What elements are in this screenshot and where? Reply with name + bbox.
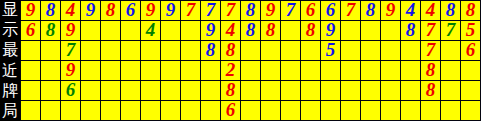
grid-cell: 9 <box>61 61 80 80</box>
grid-cell <box>301 41 320 60</box>
result-digit: 4 <box>406 0 416 19</box>
grid-cell <box>121 61 140 80</box>
grid-cell: 9 <box>141 1 160 20</box>
grid-cell: 8 <box>41 21 60 40</box>
grid-cell <box>181 41 200 60</box>
grid-cell <box>361 101 380 120</box>
grid-cell <box>301 101 320 120</box>
grid-cell <box>41 41 60 60</box>
result-digit: 4 <box>66 0 76 19</box>
result-digit: 7 <box>446 20 456 39</box>
grid-cell <box>141 81 160 100</box>
grid-cell: 8 <box>201 41 220 60</box>
grid-cell <box>301 81 320 100</box>
grid-cell <box>41 81 60 100</box>
grid-cell <box>121 101 140 120</box>
result-digit: 9 <box>146 0 156 19</box>
grid-cell: 9 <box>201 21 220 40</box>
grid-cell <box>381 21 400 40</box>
grid-cell <box>181 81 200 100</box>
grid-cell <box>121 21 140 40</box>
grid-cell <box>441 101 460 120</box>
grid-cell <box>401 81 420 100</box>
grid-cell <box>21 101 40 120</box>
grid-cell <box>461 61 480 80</box>
grid-cell <box>81 21 100 40</box>
grid-cell <box>201 81 220 100</box>
grid-cell <box>341 61 360 80</box>
grid-cell <box>161 81 180 100</box>
result-digit: 7 <box>426 40 436 59</box>
grid-cell: 8 <box>261 21 280 40</box>
grid-cell <box>281 61 300 80</box>
grid-cell: 8 <box>241 1 260 20</box>
grid-cell <box>421 101 440 120</box>
grid-cell <box>381 61 400 80</box>
title-char: 局 <box>2 101 18 121</box>
grid-cell <box>241 81 260 100</box>
result-digit: 8 <box>46 0 56 19</box>
grid-cell <box>401 101 420 120</box>
grid-cell: 7 <box>421 41 440 60</box>
result-digit: 8 <box>106 0 116 19</box>
grid-cell <box>361 41 380 60</box>
result-digit: 9 <box>166 0 176 19</box>
grid-cell <box>441 41 460 60</box>
grid-cell <box>101 41 120 60</box>
grid-cell: 2 <box>221 61 240 80</box>
grid-cell <box>181 61 200 80</box>
result-digit: 8 <box>446 0 456 19</box>
result-digit: 6 <box>306 0 316 19</box>
grid-cell <box>281 41 300 60</box>
grid-cell: 8 <box>221 41 240 60</box>
grid-cell: 6 <box>221 101 240 120</box>
result-digit: 4 <box>226 20 236 39</box>
grid-cell <box>201 101 220 120</box>
grid-cell <box>401 41 420 60</box>
grid-cell: 8 <box>101 1 120 20</box>
grid-cell <box>21 61 40 80</box>
grid-cell: 8 <box>41 1 60 20</box>
grid-cell <box>161 61 180 80</box>
title-char: 牌 <box>2 81 18 101</box>
result-digit: 9 <box>66 60 76 79</box>
grid-cell: 8 <box>401 21 420 40</box>
grid-cell: 8 <box>301 21 320 40</box>
grid-cell: 6 <box>321 1 340 20</box>
result-digit: 8 <box>46 20 56 39</box>
result-digit: 9 <box>326 20 336 39</box>
grid-cell <box>361 61 380 80</box>
grid-cell <box>81 61 100 80</box>
grid-cell <box>441 61 460 80</box>
grid-cell <box>461 81 480 100</box>
grid-cell <box>161 21 180 40</box>
grid-cell <box>321 61 340 80</box>
grid-cell <box>101 61 120 80</box>
result-digit: 6 <box>226 100 236 119</box>
grid-cell: 4 <box>221 21 240 40</box>
grid-cell <box>381 41 400 60</box>
grid-cell: 8 <box>421 61 440 80</box>
grid-cell <box>161 41 180 60</box>
grid-cell <box>381 81 400 100</box>
grid-cell <box>141 41 160 60</box>
grid-cell: 4 <box>401 1 420 20</box>
result-digit: 7 <box>186 0 196 19</box>
grid-cell: 9 <box>81 1 100 20</box>
result-digit: 5 <box>466 20 476 39</box>
grid-cell: 6 <box>21 21 40 40</box>
result-digit: 8 <box>206 40 216 59</box>
grid-cell: 8 <box>441 1 460 20</box>
grid-cell: 8 <box>221 81 240 100</box>
grid-cell <box>241 41 260 60</box>
title-char: 显 <box>2 0 18 20</box>
result-digit: 6 <box>66 80 76 99</box>
result-digit: 4 <box>146 20 156 39</box>
grid-cell <box>101 81 120 100</box>
result-digit: 9 <box>26 0 36 19</box>
result-digit: 8 <box>426 80 436 99</box>
result-digit: 8 <box>246 0 256 19</box>
grid-cell: 7 <box>61 41 80 60</box>
result-digit: 8 <box>226 40 236 59</box>
grid-cell <box>461 101 480 120</box>
grid-cell <box>41 61 60 80</box>
grid-cell: 9 <box>261 1 280 20</box>
grid-cell <box>181 21 200 40</box>
result-digit: 7 <box>206 0 216 19</box>
result-digit: 5 <box>326 40 336 59</box>
grid-cell <box>241 101 260 120</box>
grid-cell <box>101 21 120 40</box>
grid-cell: 7 <box>201 1 220 20</box>
result-digit: 7 <box>226 0 236 19</box>
grid-cell: 6 <box>61 81 80 100</box>
result-digit: 8 <box>226 80 236 99</box>
grid-cell: 8 <box>461 1 480 20</box>
grid-cell <box>341 101 360 120</box>
grid-cell <box>361 81 380 100</box>
result-digit: 8 <box>246 20 256 39</box>
grid-cell: 6 <box>301 1 320 20</box>
result-digit: 9 <box>66 20 76 39</box>
grid-cell <box>321 81 340 100</box>
result-digit: 9 <box>386 0 396 19</box>
result-digit: 7 <box>286 0 296 19</box>
grid-cell: 7 <box>221 1 240 20</box>
result-digit: 7 <box>66 40 76 59</box>
grid-cell: 7 <box>281 1 300 20</box>
grid-cell <box>161 101 180 120</box>
result-digit: 8 <box>306 20 316 39</box>
grid-cell <box>261 41 280 60</box>
result-digit: 8 <box>366 0 376 19</box>
recent-results-board: 显示最近牌局 984986997778976678944886894948889… <box>0 0 481 121</box>
result-digit: 8 <box>266 20 276 39</box>
grid-cell <box>341 21 360 40</box>
grid-cell <box>121 81 140 100</box>
title-char: 示 <box>2 20 18 40</box>
grid-cell <box>61 101 80 120</box>
grid-cell <box>341 81 360 100</box>
result-digit: 2 <box>226 60 236 79</box>
result-digit: 9 <box>206 20 216 39</box>
result-digit: 7 <box>346 0 356 19</box>
grid-cell <box>321 101 340 120</box>
grid-cell <box>141 101 160 120</box>
grid-cell: 7 <box>421 21 440 40</box>
grid-cell <box>301 61 320 80</box>
grid-cell <box>121 41 140 60</box>
grid-cell <box>81 81 100 100</box>
grid-cell <box>21 81 40 100</box>
grid-cell <box>281 21 300 40</box>
board-title-vertical: 显示最近牌局 <box>0 0 20 121</box>
grid-cell <box>81 101 100 120</box>
grid-cell <box>201 61 220 80</box>
grid-cell <box>381 101 400 120</box>
grid-cell <box>341 41 360 60</box>
grid-cell: 5 <box>321 41 340 60</box>
grid-cell <box>401 61 420 80</box>
grid-cell <box>441 81 460 100</box>
result-digit: 6 <box>26 20 36 39</box>
grid-cell <box>141 61 160 80</box>
grid-cell <box>241 61 260 80</box>
title-char: 近 <box>2 61 18 81</box>
grid-cell <box>181 101 200 120</box>
result-digit: 9 <box>266 0 276 19</box>
grid-cell <box>41 101 60 120</box>
result-digit: 8 <box>406 20 416 39</box>
grid-cell: 4 <box>61 1 80 20</box>
grid-cell <box>281 81 300 100</box>
grid-cell: 4 <box>421 1 440 20</box>
result-digit: 4 <box>426 0 436 19</box>
grid-cell: 4 <box>141 21 160 40</box>
grid-cell: 9 <box>61 21 80 40</box>
grid-cell: 6 <box>461 41 480 60</box>
grid-cell: 8 <box>421 81 440 100</box>
grid-cell: 5 <box>461 21 480 40</box>
result-digit: 8 <box>466 0 476 19</box>
grid-cell <box>261 61 280 80</box>
grid-cell: 7 <box>181 1 200 20</box>
result-digit: 6 <box>466 40 476 59</box>
grid-cell: 8 <box>241 21 260 40</box>
grid-cell <box>81 41 100 60</box>
result-digit: 9 <box>86 0 96 19</box>
grid-cell <box>261 81 280 100</box>
result-digit: 7 <box>426 20 436 39</box>
results-grid: 9849869977789766789448868949488898775788… <box>20 0 481 121</box>
result-digit: 6 <box>326 0 336 19</box>
grid-cell: 9 <box>21 1 40 20</box>
grid-cell: 8 <box>361 1 380 20</box>
grid-cell <box>361 21 380 40</box>
grid-cell <box>261 101 280 120</box>
grid-cell: 7 <box>441 21 460 40</box>
grid-cell <box>21 41 40 60</box>
title-char: 最 <box>2 40 18 60</box>
grid-cell: 9 <box>161 1 180 20</box>
grid-cell: 7 <box>341 1 360 20</box>
grid-cell: 9 <box>381 1 400 20</box>
result-digit: 6 <box>126 0 136 19</box>
grid-cell <box>101 101 120 120</box>
result-digit: 8 <box>426 60 436 79</box>
grid-cell: 9 <box>321 21 340 40</box>
grid-cell: 6 <box>121 1 140 20</box>
grid-cell <box>281 101 300 120</box>
